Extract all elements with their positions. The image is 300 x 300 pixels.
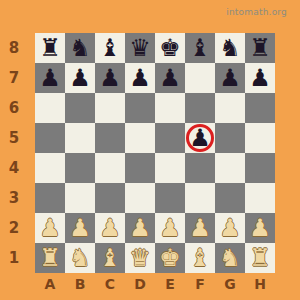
square-f6 <box>185 93 215 123</box>
square-h1: ♜ <box>245 243 275 273</box>
square-a3 <box>35 183 65 213</box>
square-e7: ♟ <box>155 63 185 93</box>
piece-black-knight-g8: ♞ <box>219 33 241 63</box>
square-d7: ♟ <box>125 63 155 93</box>
square-b3 <box>65 183 95 213</box>
piece-black-pawn-f5: ♟ <box>189 123 211 153</box>
square-f8: ♝ <box>185 33 215 63</box>
file-label-c: C <box>95 273 125 295</box>
rank-label-4: 4 <box>0 153 28 183</box>
square-e8: ♚ <box>155 33 185 63</box>
rank-label-6: 6 <box>0 93 28 123</box>
square-c5 <box>95 123 125 153</box>
piece-black-king-e8: ♚ <box>159 33 181 63</box>
piece-white-pawn-g2: ♟ <box>219 213 241 243</box>
file-labels: ABCDEFGH <box>35 273 275 295</box>
piece-black-pawn-g7: ♟ <box>219 63 241 93</box>
square-c2: ♟ <box>95 213 125 243</box>
file-label-d: D <box>125 273 155 295</box>
square-h4 <box>245 153 275 183</box>
square-a8: ♜ <box>35 33 65 63</box>
square-e5 <box>155 123 185 153</box>
square-f2: ♟ <box>185 213 215 243</box>
square-c4 <box>95 153 125 183</box>
piece-black-pawn-b7: ♟ <box>69 63 91 93</box>
site-label: intomath.org <box>226 7 287 17</box>
file-label-f: F <box>185 273 215 295</box>
piece-white-knight-g1: ♞ <box>219 243 241 273</box>
square-d1: ♛ <box>125 243 155 273</box>
piece-black-knight-b8: ♞ <box>69 33 91 63</box>
square-a7: ♟ <box>35 63 65 93</box>
square-c3 <box>95 183 125 213</box>
square-f4 <box>185 153 215 183</box>
square-d8: ♛ <box>125 33 155 63</box>
square-f1: ♝ <box>185 243 215 273</box>
piece-white-bishop-f1: ♝ <box>189 243 211 273</box>
square-d5 <box>125 123 155 153</box>
square-b1: ♞ <box>65 243 95 273</box>
piece-white-pawn-a2: ♟ <box>39 213 61 243</box>
square-d4 <box>125 153 155 183</box>
rank-label-1: 1 <box>0 243 28 273</box>
square-h8: ♜ <box>245 33 275 63</box>
square-c1: ♝ <box>95 243 125 273</box>
square-e4 <box>155 153 185 183</box>
square-a2: ♟ <box>35 213 65 243</box>
piece-black-bishop-c8: ♝ <box>99 33 121 63</box>
piece-black-rook-a8: ♜ <box>39 33 61 63</box>
square-g2: ♟ <box>215 213 245 243</box>
square-g7: ♟ <box>215 63 245 93</box>
piece-black-rook-h8: ♜ <box>249 33 271 63</box>
square-f3 <box>185 183 215 213</box>
piece-black-pawn-d7: ♟ <box>129 63 151 93</box>
piece-black-bishop-f8: ♝ <box>189 33 211 63</box>
rank-label-3: 3 <box>0 183 28 213</box>
square-g5 <box>215 123 245 153</box>
file-label-h: H <box>245 273 275 295</box>
square-g6 <box>215 93 245 123</box>
piece-black-pawn-c7: ♟ <box>99 63 121 93</box>
chess-diagram: intomath.org 87654321 ♜♞♝♛♚♝♞♜♟♟♟♟♟♟♟♟♟♟… <box>0 0 300 300</box>
square-b6 <box>65 93 95 123</box>
square-e1: ♚ <box>155 243 185 273</box>
piece-white-pawn-c2: ♟ <box>99 213 121 243</box>
square-d2: ♟ <box>125 213 155 243</box>
square-d6 <box>125 93 155 123</box>
square-f5: ♟ <box>185 123 215 153</box>
square-h6 <box>245 93 275 123</box>
piece-black-pawn-e7: ♟ <box>159 63 181 93</box>
square-a1: ♜ <box>35 243 65 273</box>
rank-label-7: 7 <box>0 63 28 93</box>
piece-white-knight-b1: ♞ <box>69 243 91 273</box>
piece-black-pawn-a7: ♟ <box>39 63 61 93</box>
file-label-b: B <box>65 273 95 295</box>
square-f7 <box>185 63 215 93</box>
square-c6 <box>95 93 125 123</box>
square-b8: ♞ <box>65 33 95 63</box>
rank-label-5: 5 <box>0 123 28 153</box>
square-c8: ♝ <box>95 33 125 63</box>
piece-white-rook-a1: ♜ <box>39 243 61 273</box>
square-b5 <box>65 123 95 153</box>
square-e2: ♟ <box>155 213 185 243</box>
square-h7: ♟ <box>245 63 275 93</box>
square-h3 <box>245 183 275 213</box>
square-e6 <box>155 93 185 123</box>
piece-white-pawn-b2: ♟ <box>69 213 91 243</box>
square-a6 <box>35 93 65 123</box>
square-e3 <box>155 183 185 213</box>
rank-label-8: 8 <box>0 33 28 63</box>
square-c7: ♟ <box>95 63 125 93</box>
piece-white-king-e1: ♚ <box>159 243 181 273</box>
piece-white-bishop-c1: ♝ <box>99 243 121 273</box>
piece-black-queen-d8: ♛ <box>129 33 151 63</box>
rank-label-2: 2 <box>0 213 28 243</box>
file-label-g: G <box>215 273 245 295</box>
square-b7: ♟ <box>65 63 95 93</box>
chess-board: ♜♞♝♛♚♝♞♜♟♟♟♟♟♟♟♟♟♟♟♟♟♟♟♟♜♞♝♛♚♝♞♜ <box>35 33 275 273</box>
piece-black-pawn-h7: ♟ <box>249 63 271 93</box>
square-b2: ♟ <box>65 213 95 243</box>
piece-white-pawn-f2: ♟ <box>189 213 211 243</box>
square-a5 <box>35 123 65 153</box>
piece-white-pawn-h2: ♟ <box>249 213 271 243</box>
rank-labels: 87654321 <box>0 33 35 273</box>
square-d3 <box>125 183 155 213</box>
piece-white-rook-h1: ♜ <box>249 243 271 273</box>
file-label-e: E <box>155 273 185 295</box>
file-label-a: A <box>35 273 65 295</box>
square-a4 <box>35 153 65 183</box>
square-g8: ♞ <box>215 33 245 63</box>
square-b4 <box>65 153 95 183</box>
square-g3 <box>215 183 245 213</box>
piece-white-queen-d1: ♛ <box>129 243 151 273</box>
square-h2: ♟ <box>245 213 275 243</box>
piece-white-pawn-e2: ♟ <box>159 213 181 243</box>
square-g1: ♞ <box>215 243 245 273</box>
square-h5 <box>245 123 275 153</box>
piece-white-pawn-d2: ♟ <box>129 213 151 243</box>
square-g4 <box>215 153 245 183</box>
